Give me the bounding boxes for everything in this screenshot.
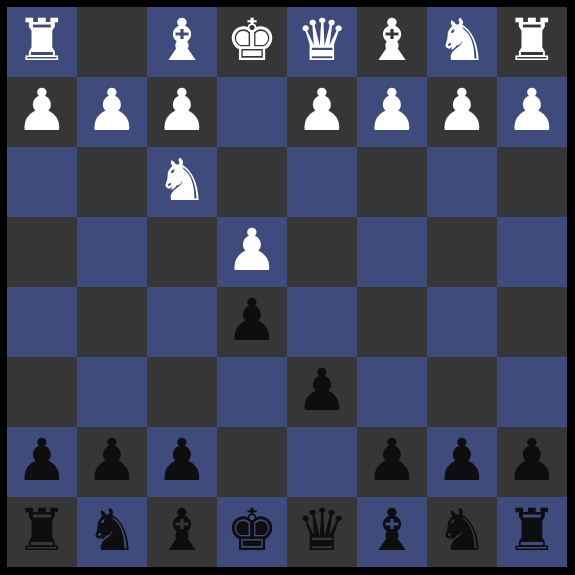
square-d8[interactable]: ♛	[287, 497, 357, 567]
square-h6[interactable]	[7, 357, 77, 427]
white-pawn-icon: ♟	[156, 75, 208, 145]
square-b8[interactable]: ♞	[427, 497, 497, 567]
black-pawn-icon: ♟	[86, 425, 138, 495]
black-bishop-icon: ♝	[366, 495, 418, 565]
square-g2[interactable]: ♟	[77, 77, 147, 147]
square-e5[interactable]: ♟	[217, 287, 287, 357]
square-d1[interactable]: ♛	[287, 7, 357, 77]
white-pawn-icon: ♟	[436, 75, 488, 145]
square-c1[interactable]: ♝	[357, 7, 427, 77]
white-rook-icon: ♜	[16, 5, 68, 75]
white-queen-icon: ♛	[296, 5, 348, 75]
black-bishop-icon: ♝	[156, 495, 208, 565]
square-e4[interactable]: ♟	[217, 217, 287, 287]
square-c4[interactable]	[357, 217, 427, 287]
white-rook-icon: ♜	[506, 5, 558, 75]
square-b1[interactable]: ♞	[427, 7, 497, 77]
square-e3[interactable]	[217, 147, 287, 217]
white-pawn-icon: ♟	[226, 215, 278, 285]
square-f1[interactable]: ♝	[147, 7, 217, 77]
black-king-icon: ♚	[226, 495, 278, 565]
black-knight-icon: ♞	[86, 495, 138, 565]
white-pawn-icon: ♟	[366, 75, 418, 145]
black-pawn-icon: ♟	[16, 425, 68, 495]
square-e6[interactable]	[217, 357, 287, 427]
white-bishop-icon: ♝	[156, 5, 208, 75]
square-c7[interactable]: ♟	[357, 427, 427, 497]
white-pawn-icon: ♟	[296, 75, 348, 145]
square-g8[interactable]: ♞	[77, 497, 147, 567]
square-h7[interactable]: ♟	[7, 427, 77, 497]
square-b5[interactable]	[427, 287, 497, 357]
black-pawn-icon: ♟	[506, 425, 558, 495]
square-d4[interactable]	[287, 217, 357, 287]
square-h2[interactable]: ♟	[7, 77, 77, 147]
square-a3[interactable]	[497, 147, 567, 217]
black-pawn-icon: ♟	[156, 425, 208, 495]
black-pawn-icon: ♟	[436, 425, 488, 495]
square-g6[interactable]	[77, 357, 147, 427]
square-a2[interactable]: ♟	[497, 77, 567, 147]
square-b6[interactable]	[427, 357, 497, 427]
square-d6[interactable]: ♟	[287, 357, 357, 427]
white-pawn-icon: ♟	[86, 75, 138, 145]
square-a6[interactable]	[497, 357, 567, 427]
square-c5[interactable]	[357, 287, 427, 357]
square-g5[interactable]	[77, 287, 147, 357]
square-c6[interactable]	[357, 357, 427, 427]
square-h8[interactable]: ♜	[7, 497, 77, 567]
square-a8[interactable]: ♜	[497, 497, 567, 567]
square-e1[interactable]: ♚	[217, 7, 287, 77]
square-h3[interactable]	[7, 147, 77, 217]
square-f4[interactable]	[147, 217, 217, 287]
square-c8[interactable]: ♝	[357, 497, 427, 567]
square-f6[interactable]	[147, 357, 217, 427]
square-f2[interactable]: ♟	[147, 77, 217, 147]
black-rook-icon: ♜	[16, 495, 68, 565]
white-pawn-icon: ♟	[506, 75, 558, 145]
black-pawn-icon: ♟	[226, 285, 278, 355]
square-g7[interactable]: ♟	[77, 427, 147, 497]
square-c3[interactable]	[357, 147, 427, 217]
chess-board: ♜♝♚♛♝♞♜♟♟♟♟♟♟♟♞♟♟♟♟♟♟♟♟♟♜♞♝♚♛♝♞♜	[7, 7, 567, 567]
square-e8[interactable]: ♚	[217, 497, 287, 567]
black-pawn-icon: ♟	[296, 355, 348, 425]
square-f8[interactable]: ♝	[147, 497, 217, 567]
white-bishop-icon: ♝	[366, 5, 418, 75]
white-king-icon: ♚	[226, 5, 278, 75]
square-b2[interactable]: ♟	[427, 77, 497, 147]
square-c2[interactable]: ♟	[357, 77, 427, 147]
square-f5[interactable]	[147, 287, 217, 357]
square-g3[interactable]	[77, 147, 147, 217]
white-knight-icon: ♞	[436, 5, 488, 75]
black-queen-icon: ♛	[296, 495, 348, 565]
square-h4[interactable]	[7, 217, 77, 287]
black-rook-icon: ♜	[506, 495, 558, 565]
square-a5[interactable]	[497, 287, 567, 357]
square-e7[interactable]	[217, 427, 287, 497]
square-a4[interactable]	[497, 217, 567, 287]
square-b7[interactable]: ♟	[427, 427, 497, 497]
white-pawn-icon: ♟	[16, 75, 68, 145]
square-f7[interactable]: ♟	[147, 427, 217, 497]
square-d2[interactable]: ♟	[287, 77, 357, 147]
square-b4[interactable]	[427, 217, 497, 287]
square-d3[interactable]	[287, 147, 357, 217]
square-a7[interactable]: ♟	[497, 427, 567, 497]
square-g4[interactable]	[77, 217, 147, 287]
square-f3[interactable]: ♞	[147, 147, 217, 217]
black-knight-icon: ♞	[436, 495, 488, 565]
square-a1[interactable]: ♜	[497, 7, 567, 77]
board-frame: ♜♝♚♛♝♞♜♟♟♟♟♟♟♟♞♟♟♟♟♟♟♟♟♟♜♞♝♚♛♝♞♜	[0, 0, 575, 575]
square-h5[interactable]	[7, 287, 77, 357]
square-g1[interactable]	[77, 7, 147, 77]
square-e2[interactable]	[217, 77, 287, 147]
square-h1[interactable]: ♜	[7, 7, 77, 77]
square-d7[interactable]	[287, 427, 357, 497]
white-knight-icon: ♞	[156, 145, 208, 215]
square-d5[interactable]	[287, 287, 357, 357]
black-pawn-icon: ♟	[366, 425, 418, 495]
square-b3[interactable]	[427, 147, 497, 217]
